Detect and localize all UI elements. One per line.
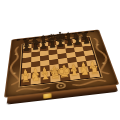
piece-black-pawn[interactable]: ♟ — [73, 37, 81, 46]
piece-black-pawn[interactable]: ♟ — [48, 40, 56, 49]
piece-black-pawn[interactable]: ♟ — [82, 36, 90, 45]
piece-black-pawn[interactable]: ♟ — [57, 39, 65, 48]
pieces-layer: ♜♞♝♛♚♝♞♜♟♟♟♟♟♟♟♟♟♟♟♟♟♟♟♟♜♞♝♛♚♝♞♜ — [0, 0, 120, 120]
product-photo: ♜♞♝♛♚♝♞♜♟♟♟♟♟♟♟♟♟♟♟♟♟♟♟♟♜♞♝♛♚♝♞♜ — [0, 0, 120, 120]
piece-black-pawn[interactable]: ♟ — [40, 41, 48, 50]
piece-black-pawn[interactable]: ♟ — [31, 42, 39, 51]
piece-white-rook[interactable]: ♜ — [89, 65, 100, 77]
piece-black-pawn[interactable]: ♟ — [23, 43, 31, 52]
piece-black-pawn[interactable]: ♟ — [65, 38, 73, 47]
